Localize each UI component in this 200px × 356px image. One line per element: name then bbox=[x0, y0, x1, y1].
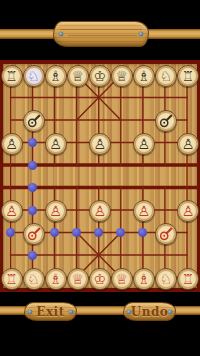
undo-button-label: Undo bbox=[131, 305, 169, 319]
exit-button[interactable]: Exit bbox=[24, 302, 77, 321]
piece-black-cannon[interactable] bbox=[155, 110, 177, 132]
piece-black-elephant[interactable]: ♗ bbox=[133, 65, 155, 87]
king-icon: ♔ bbox=[93, 66, 106, 86]
piece-black-chariot[interactable]: ♖ bbox=[1, 65, 23, 87]
piece-black-chariot[interactable]: ♖ bbox=[177, 65, 199, 87]
nail-icon bbox=[139, 32, 143, 36]
chariot-icon: ♖ bbox=[182, 268, 195, 288]
piece-red-advisor[interactable]: ♕ bbox=[111, 268, 133, 290]
cannon-icon bbox=[27, 227, 41, 241]
soldier-icon: ♙ bbox=[182, 133, 195, 153]
soldier-icon: ♙ bbox=[138, 201, 151, 221]
move-hint-dot[interactable] bbox=[28, 183, 37, 192]
elephant-icon: ♗ bbox=[49, 268, 62, 288]
chariot-icon: ♖ bbox=[182, 66, 195, 86]
piece-red-elephant[interactable]: ♗ bbox=[45, 268, 67, 290]
chariot-icon: ♖ bbox=[5, 268, 18, 288]
soldier-icon: ♙ bbox=[5, 201, 18, 221]
elephant-icon: ♗ bbox=[138, 268, 151, 288]
soldier-icon: ♙ bbox=[5, 133, 18, 153]
piece-black-advisor[interactable]: ♕ bbox=[111, 65, 133, 87]
move-hint-dot[interactable] bbox=[28, 206, 37, 215]
wood-grain bbox=[68, 35, 137, 36]
wood-grain bbox=[60, 29, 143, 30]
king-icon: ♔ bbox=[93, 268, 106, 288]
piece-red-king[interactable]: ♔ bbox=[89, 268, 111, 290]
move-hint-dot[interactable] bbox=[28, 251, 37, 260]
nail-icon bbox=[69, 310, 73, 314]
app-screen: ♖♘♗♕♔♕♗♘♖♙♙♙♙♙♙♙♙♙♙♖♘♗♕♔♕♗♘♖ Exit Undo bbox=[0, 0, 200, 356]
elephant-icon: ♗ bbox=[138, 66, 151, 86]
soldier-icon: ♙ bbox=[93, 133, 106, 153]
piece-black-soldier[interactable]: ♙ bbox=[89, 133, 111, 155]
piece-red-soldier[interactable]: ♙ bbox=[133, 200, 155, 222]
cannon-icon bbox=[159, 114, 173, 128]
soldier-icon: ♙ bbox=[49, 133, 62, 153]
nail-icon bbox=[59, 32, 63, 36]
piece-red-horse[interactable]: ♘ bbox=[155, 268, 177, 290]
horse-icon: ♘ bbox=[27, 66, 40, 86]
piece-black-king[interactable]: ♔ bbox=[89, 65, 111, 87]
advisor-icon: ♕ bbox=[71, 268, 84, 288]
piece-red-chariot[interactable]: ♖ bbox=[1, 268, 23, 290]
piece-black-horse[interactable]: ♘ bbox=[155, 65, 177, 87]
piece-red-soldier[interactable]: ♙ bbox=[1, 200, 23, 222]
nail-icon bbox=[127, 310, 131, 314]
piece-black-horse[interactable]: ♘ bbox=[23, 65, 45, 87]
undo-button[interactable]: Undo bbox=[123, 302, 176, 321]
soldier-icon: ♙ bbox=[138, 133, 151, 153]
piece-black-soldier[interactable]: ♙ bbox=[1, 133, 23, 155]
piece-red-advisor[interactable]: ♕ bbox=[67, 268, 89, 290]
title-plank bbox=[53, 21, 149, 47]
piece-red-elephant[interactable]: ♗ bbox=[133, 268, 155, 290]
advisor-icon: ♕ bbox=[116, 66, 129, 86]
piece-black-elephant[interactable]: ♗ bbox=[45, 65, 67, 87]
soldier-icon: ♙ bbox=[182, 201, 195, 221]
horse-icon: ♘ bbox=[160, 66, 173, 86]
piece-red-cannon[interactable] bbox=[23, 223, 45, 245]
piece-red-horse[interactable]: ♘ bbox=[23, 268, 45, 290]
nail-icon bbox=[168, 310, 172, 314]
piece-black-soldier[interactable]: ♙ bbox=[133, 133, 155, 155]
advisor-icon: ♕ bbox=[116, 268, 129, 288]
advisor-icon: ♕ bbox=[71, 66, 84, 86]
horse-icon: ♘ bbox=[160, 268, 173, 288]
cannon-icon bbox=[27, 114, 41, 128]
soldier-icon: ♙ bbox=[93, 201, 106, 221]
horse-icon: ♘ bbox=[27, 268, 40, 288]
piece-red-cannon[interactable] bbox=[155, 223, 177, 245]
elephant-icon: ♗ bbox=[49, 66, 62, 86]
nail-icon bbox=[28, 310, 32, 314]
move-hint-dot[interactable] bbox=[6, 228, 15, 237]
piece-red-soldier[interactable]: ♙ bbox=[177, 200, 199, 222]
soldier-icon: ♙ bbox=[49, 201, 62, 221]
chariot-icon: ♖ bbox=[5, 66, 18, 86]
piece-black-advisor[interactable]: ♕ bbox=[67, 65, 89, 87]
piece-black-cannon[interactable] bbox=[23, 110, 45, 132]
exit-button-label: Exit bbox=[36, 305, 64, 319]
move-hint-dot[interactable] bbox=[28, 138, 37, 147]
piece-red-soldier[interactable]: ♙ bbox=[89, 200, 111, 222]
piece-black-soldier[interactable]: ♙ bbox=[45, 133, 67, 155]
move-hint-dot[interactable] bbox=[28, 161, 37, 170]
cannon-icon bbox=[159, 227, 173, 241]
piece-red-soldier[interactable]: ♙ bbox=[45, 200, 67, 222]
piece-red-chariot[interactable]: ♖ bbox=[177, 268, 199, 290]
xiangqi-board[interactable]: ♖♘♗♕♔♕♗♘♖♙♙♙♙♙♙♙♙♙♙♖♘♗♕♔♕♗♘♖ bbox=[0, 60, 200, 292]
piece-black-soldier[interactable]: ♙ bbox=[177, 133, 199, 155]
